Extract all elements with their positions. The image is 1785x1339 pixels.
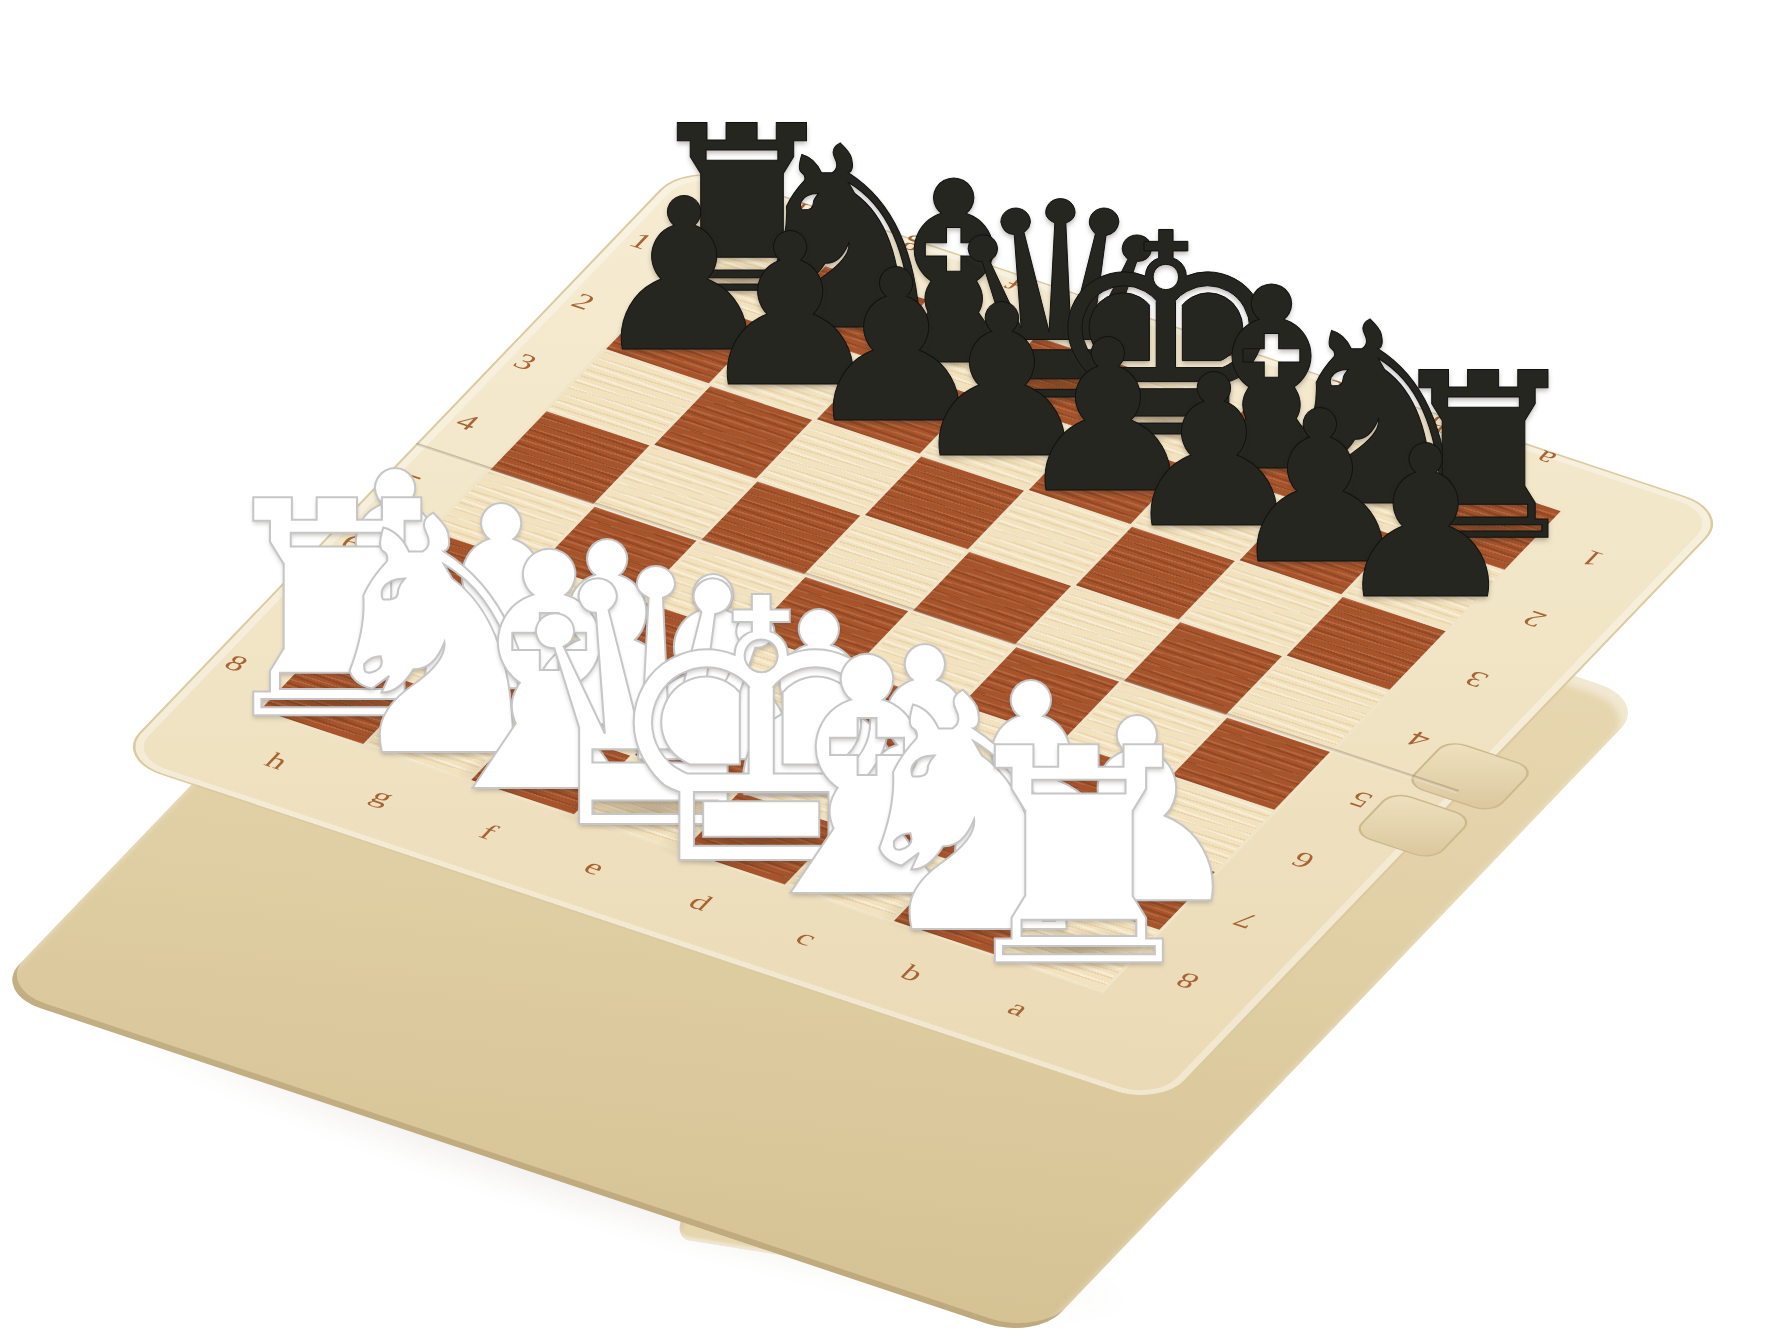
- scene: { "game": "chess", "scene_description": …: [0, 0, 1785, 1339]
- black-pawn-a2[interactable]: ♟: [1321, 419, 1531, 629]
- white-rook-a8[interactable]: ♜: [930, 710, 1228, 1008]
